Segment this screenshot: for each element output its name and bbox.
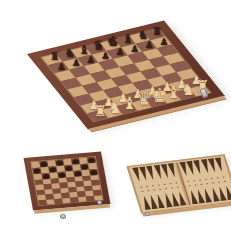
- backgammon-peg-holes: [137, 181, 182, 192]
- peg-hole: [216, 177, 218, 178]
- peg-hole: [205, 178, 207, 179]
- peg-hole: [222, 176, 224, 177]
- peg-hole: [159, 188, 161, 189]
- peg-hole: [211, 178, 213, 179]
- backgammon-peg-holes: [184, 176, 229, 187]
- peg-hole-row: [188, 180, 226, 186]
- peg-hole: [206, 183, 208, 184]
- peg-hole: [175, 182, 177, 183]
- backgammon-point-row-top: [178, 157, 226, 177]
- checkers-board-knob-2: [97, 200, 102, 205]
- peg-hole: [187, 180, 189, 181]
- peg-hole: [169, 183, 171, 184]
- peg-hole: [212, 182, 214, 183]
- product-photo-scene: ♜♞♝♛♚♝♞♜♟♟♟♟♟♟♟♟♟♟♟♟♟♟♟♟♜♞♝♛♚♝♞♜ ●●●●●●●…: [0, 0, 231, 235]
- peg-hole: [141, 190, 143, 191]
- peg-hole: [147, 190, 149, 191]
- backgammon-point-row-bottom: [140, 191, 188, 211]
- peg-hole: [153, 189, 155, 190]
- peg-hole-row: [141, 186, 179, 192]
- peg-hole: [193, 180, 195, 181]
- peg-hole: [188, 185, 190, 186]
- chess-board: ♜♞♝♛♚♝♞♜♟♟♟♟♟♟♟♟♟♟♟♟♟♟♟♟♜♞♝♛♚♝♞♜: [27, 21, 225, 130]
- peg-hole: [171, 187, 173, 188]
- backgammon-point-row-bottom: [187, 185, 231, 205]
- backgammon-board-knob: [145, 212, 150, 216]
- peg-hole: [152, 185, 154, 186]
- chess-board-frame: ♜♞♝♛♚♝♞♜♟♟♟♟♟♟♟♟♟♟♟♟♟♟♟♟♜♞♝♛♚♝♞♜: [27, 21, 225, 130]
- checkers-board-knob-1: [60, 214, 66, 219]
- peg-hole: [218, 181, 220, 182]
- backgammon-board: [126, 154, 231, 213]
- peg-hole: [199, 179, 201, 180]
- peg-hole: [200, 183, 202, 184]
- peg-hole: [158, 184, 160, 185]
- peg-hole: [194, 184, 196, 185]
- peg-hole: [165, 188, 167, 189]
- checkers-grid: ●●●●●●●●●●●●: [31, 157, 102, 205]
- peg-hole: [224, 180, 226, 181]
- peg-hole: [146, 185, 148, 186]
- peg-hole: [163, 183, 165, 184]
- peg-hole: [177, 186, 179, 187]
- peg-hole: [140, 186, 142, 187]
- backgammon-point-row-top: [131, 163, 179, 183]
